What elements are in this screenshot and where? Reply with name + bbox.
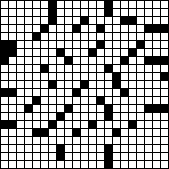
cell-1-11[interactable] — [89, 9, 96, 16]
cell-13-2[interactable] — [17, 105, 24, 112]
cell-3-3[interactable] — [25, 25, 32, 32]
cell-18-4[interactable] — [33, 145, 40, 152]
cell-10-1[interactable] — [9, 81, 16, 88]
cell-10-9[interactable] — [73, 81, 80, 88]
cell-6-18[interactable] — [145, 49, 152, 56]
cell-1-7[interactable] — [57, 9, 64, 16]
cell-5-10[interactable] — [81, 41, 88, 48]
cell-9-19[interactable] — [153, 73, 160, 80]
cell-19-20[interactable] — [161, 153, 168, 160]
cell-0-19[interactable] — [153, 1, 160, 8]
cell-5-15[interactable] — [121, 41, 128, 48]
cell-18-2[interactable] — [17, 145, 24, 152]
cell-20-11[interactable] — [89, 161, 96, 168]
cell-7-14[interactable] — [113, 57, 120, 64]
cell-2-17[interactable] — [137, 17, 144, 24]
cell-1-0[interactable] — [1, 9, 8, 16]
cell-17-12[interactable] — [97, 137, 104, 144]
cell-11-5[interactable] — [41, 89, 48, 96]
cell-14-12[interactable] — [97, 113, 104, 120]
cell-3-15[interactable] — [121, 25, 128, 32]
cell-6-19[interactable] — [153, 49, 160, 56]
cell-3-1[interactable] — [9, 25, 16, 32]
cell-14-3[interactable] — [25, 113, 32, 120]
cell-16-15[interactable] — [121, 129, 128, 136]
cell-16-6[interactable] — [49, 129, 56, 136]
cell-19-8[interactable] — [65, 153, 72, 160]
cell-13-10[interactable] — [81, 105, 88, 112]
cell-5-11[interactable] — [89, 41, 96, 48]
cell-13-16[interactable] — [129, 105, 136, 112]
cell-8-12[interactable] — [97, 65, 104, 72]
cell-19-12[interactable] — [97, 153, 104, 160]
cell-10-0[interactable] — [1, 81, 8, 88]
cell-8-1[interactable] — [9, 65, 16, 72]
cell-9-13[interactable] — [105, 73, 112, 80]
cell-17-2[interactable] — [17, 137, 24, 144]
cell-17-11[interactable] — [89, 137, 96, 144]
cell-2-14[interactable] — [113, 17, 120, 24]
cell-13-6[interactable] — [49, 105, 56, 112]
cell-1-19[interactable] — [153, 9, 160, 16]
cell-16-3[interactable] — [25, 129, 32, 136]
cell-2-11[interactable] — [89, 17, 96, 24]
cell-14-11[interactable] — [89, 113, 96, 120]
cell-20-0[interactable] — [1, 161, 8, 168]
cell-9-16[interactable] — [129, 73, 136, 80]
cell-14-0[interactable] — [1, 113, 8, 120]
cell-8-10[interactable] — [81, 65, 88, 72]
cell-12-3[interactable] — [25, 97, 32, 104]
cell-4-10[interactable] — [81, 33, 88, 40]
cell-6-13[interactable] — [105, 49, 112, 56]
cell-2-20[interactable] — [161, 17, 168, 24]
cell-15-9[interactable] — [73, 121, 80, 128]
cell-18-6[interactable] — [49, 145, 56, 152]
cell-19-15[interactable] — [121, 153, 128, 160]
cell-3-4[interactable] — [33, 25, 40, 32]
cell-1-16[interactable] — [129, 9, 136, 16]
cell-19-11[interactable] — [89, 153, 96, 160]
cell-17-1[interactable] — [9, 137, 16, 144]
cell-8-11[interactable] — [89, 65, 96, 72]
cell-6-3[interactable] — [25, 49, 32, 56]
cell-0-16[interactable] — [129, 1, 136, 8]
cell-18-5[interactable] — [41, 145, 48, 152]
cell-14-16[interactable] — [129, 113, 136, 120]
cell-15-2[interactable] — [17, 121, 24, 128]
cell-16-2[interactable] — [17, 129, 24, 136]
cell-8-2[interactable] — [17, 65, 24, 72]
cell-5-19[interactable] — [153, 41, 160, 48]
cell-19-0[interactable] — [1, 153, 8, 160]
cell-12-14[interactable] — [113, 97, 120, 104]
cell-3-10[interactable] — [81, 25, 88, 32]
cell-0-1[interactable] — [9, 1, 16, 8]
cell-6-12[interactable] — [97, 49, 104, 56]
cell-20-18[interactable] — [145, 161, 152, 168]
cell-19-14[interactable] — [113, 153, 120, 160]
cell-15-19[interactable] — [153, 121, 160, 128]
cell-12-16[interactable] — [129, 97, 136, 104]
cell-6-6[interactable] — [49, 49, 56, 56]
cell-1-15[interactable] — [121, 9, 128, 16]
cell-1-20[interactable] — [161, 9, 168, 16]
cell-19-17[interactable] — [137, 153, 144, 160]
cell-15-5[interactable] — [41, 121, 48, 128]
cell-9-5[interactable] — [41, 73, 48, 80]
cell-3-13[interactable] — [105, 25, 112, 32]
cell-11-18[interactable] — [145, 89, 152, 96]
cell-12-8[interactable] — [65, 97, 72, 104]
cell-15-17[interactable] — [137, 121, 144, 128]
cell-8-15[interactable] — [121, 65, 128, 72]
cell-11-16[interactable] — [129, 89, 136, 96]
cell-18-0[interactable] — [1, 145, 8, 152]
cell-17-17[interactable] — [137, 137, 144, 144]
cell-12-13[interactable] — [105, 97, 112, 104]
cell-2-9[interactable] — [73, 17, 80, 24]
cell-15-20[interactable] — [161, 121, 168, 128]
cell-17-8[interactable] — [65, 137, 72, 144]
cell-14-20[interactable] — [161, 113, 168, 120]
cell-20-3[interactable] — [25, 161, 32, 168]
cell-5-20[interactable] — [161, 41, 168, 48]
cell-13-1[interactable] — [9, 105, 16, 112]
cell-16-16[interactable] — [129, 129, 136, 136]
cell-0-3[interactable] — [25, 1, 32, 8]
cell-16-13[interactable] — [105, 129, 112, 136]
cell-10-3[interactable] — [25, 81, 32, 88]
cell-16-1[interactable] — [9, 129, 16, 136]
cell-20-9[interactable] — [73, 161, 80, 168]
cell-9-7[interactable] — [57, 73, 64, 80]
cell-5-2[interactable] — [17, 41, 24, 48]
cell-18-9[interactable] — [73, 145, 80, 152]
cell-10-20[interactable] — [161, 81, 168, 88]
cell-10-5[interactable] — [41, 81, 48, 88]
cell-13-0[interactable] — [1, 105, 8, 112]
cell-16-8[interactable] — [65, 129, 72, 136]
cell-1-1[interactable] — [9, 9, 16, 16]
cell-4-6[interactable] — [49, 33, 56, 40]
cell-11-7[interactable] — [57, 89, 64, 96]
cell-12-10[interactable] — [81, 97, 88, 104]
cell-12-6[interactable] — [49, 97, 56, 104]
cell-17-19[interactable] — [153, 137, 160, 144]
cell-5-5[interactable] — [41, 41, 48, 48]
cell-18-3[interactable] — [25, 145, 32, 152]
cell-9-15[interactable] — [121, 73, 128, 80]
cell-13-14[interactable] — [113, 105, 120, 112]
cell-16-11[interactable] — [89, 129, 96, 136]
cell-13-5[interactable] — [41, 105, 48, 112]
cell-2-8[interactable] — [65, 17, 72, 24]
cell-8-3[interactable] — [25, 65, 32, 72]
cell-17-5[interactable] — [41, 137, 48, 144]
cell-19-2[interactable] — [17, 153, 24, 160]
cell-3-7[interactable] — [57, 25, 64, 32]
cell-9-9[interactable] — [73, 73, 80, 80]
cell-4-14[interactable] — [113, 33, 120, 40]
cell-15-13[interactable] — [105, 121, 112, 128]
cell-11-14[interactable] — [113, 89, 120, 96]
cell-12-2[interactable] — [17, 97, 24, 104]
cell-12-9[interactable] — [73, 97, 80, 104]
cell-8-19[interactable] — [153, 65, 160, 72]
cell-18-12[interactable] — [97, 145, 104, 152]
cell-6-14[interactable] — [113, 49, 120, 56]
cell-19-1[interactable] — [9, 153, 16, 160]
cell-5-8[interactable] — [65, 41, 72, 48]
cell-17-14[interactable] — [113, 137, 120, 144]
cell-19-5[interactable] — [41, 153, 48, 160]
cell-7-17[interactable] — [137, 57, 144, 64]
cell-0-8[interactable] — [65, 1, 72, 8]
cell-20-8[interactable] — [65, 161, 72, 168]
cell-8-9[interactable] — [73, 65, 80, 72]
cell-5-7[interactable] — [57, 41, 64, 48]
cell-17-6[interactable] — [49, 137, 56, 144]
cell-4-1[interactable] — [9, 33, 16, 40]
cell-18-20[interactable] — [161, 145, 168, 152]
cell-9-18[interactable] — [145, 73, 152, 80]
cell-0-14[interactable] — [113, 1, 120, 8]
cell-0-20[interactable] — [161, 1, 168, 8]
cell-2-4[interactable] — [33, 17, 40, 24]
cell-18-11[interactable] — [89, 145, 96, 152]
cell-18-14[interactable] — [113, 145, 120, 152]
cell-4-8[interactable] — [65, 33, 72, 40]
cell-9-10[interactable] — [81, 73, 88, 80]
cell-15-15[interactable] — [121, 121, 128, 128]
cell-19-3[interactable] — [25, 153, 32, 160]
cell-16-7[interactable] — [57, 129, 64, 136]
cell-9-6[interactable] — [49, 73, 56, 80]
cell-3-16[interactable] — [129, 25, 136, 32]
cell-19-18[interactable] — [145, 153, 152, 160]
cell-0-5[interactable] — [41, 1, 48, 8]
cell-17-15[interactable] — [121, 137, 128, 144]
cell-14-17[interactable] — [137, 113, 144, 120]
cell-20-15[interactable] — [121, 161, 128, 168]
cell-4-7[interactable] — [57, 33, 64, 40]
cell-17-20[interactable] — [161, 137, 168, 144]
cell-8-6[interactable] — [49, 65, 56, 72]
cell-10-18[interactable] — [145, 81, 152, 88]
cell-11-10[interactable] — [81, 89, 88, 96]
cell-16-12[interactable] — [97, 129, 104, 136]
cell-20-4[interactable] — [33, 161, 40, 168]
cell-9-12[interactable] — [97, 73, 104, 80]
cell-15-18[interactable] — [145, 121, 152, 128]
cell-3-17[interactable] — [137, 25, 144, 32]
cell-14-4[interactable] — [33, 113, 40, 120]
cell-16-20[interactable] — [161, 129, 168, 136]
cell-10-15[interactable] — [121, 81, 128, 88]
cell-11-2[interactable] — [17, 89, 24, 96]
cell-9-8[interactable] — [65, 73, 72, 80]
cell-19-4[interactable] — [33, 153, 40, 160]
cell-2-1[interactable] — [9, 17, 16, 24]
cell-2-3[interactable] — [25, 17, 32, 24]
cell-9-4[interactable] — [33, 73, 40, 80]
cell-8-20[interactable] — [161, 65, 168, 72]
cell-9-17[interactable] — [137, 73, 144, 80]
cell-4-18[interactable] — [145, 33, 152, 40]
cell-20-7[interactable] — [57, 161, 64, 168]
cell-17-3[interactable] — [25, 137, 32, 144]
cell-6-17[interactable] — [137, 49, 144, 56]
cell-12-1[interactable] — [9, 97, 16, 104]
cell-13-12[interactable] — [97, 105, 104, 112]
cell-5-13[interactable] — [105, 41, 112, 48]
cell-5-16[interactable] — [129, 41, 136, 48]
cell-10-16[interactable] — [129, 81, 136, 88]
cell-7-2[interactable] — [17, 57, 24, 64]
cell-9-0[interactable] — [1, 73, 8, 80]
cell-19-16[interactable] — [129, 153, 136, 160]
cell-3-6[interactable] — [49, 25, 56, 32]
cell-20-5[interactable] — [41, 161, 48, 168]
cell-15-14[interactable] — [113, 121, 120, 128]
cell-13-17[interactable] — [137, 105, 144, 112]
cell-4-12[interactable] — [97, 33, 104, 40]
cell-1-4[interactable] — [33, 9, 40, 16]
cell-20-19[interactable] — [153, 161, 160, 168]
cell-0-11[interactable] — [89, 1, 96, 8]
cell-10-13[interactable] — [105, 81, 112, 88]
cell-4-20[interactable] — [161, 33, 168, 40]
cell-12-20[interactable] — [161, 97, 168, 104]
cell-2-13[interactable] — [105, 17, 112, 24]
cell-12-15[interactable] — [121, 97, 128, 104]
cell-20-16[interactable] — [129, 161, 136, 168]
cell-15-4[interactable] — [33, 121, 40, 128]
cell-17-7[interactable] — [57, 137, 64, 144]
cell-0-9[interactable] — [73, 1, 80, 8]
cell-1-8[interactable] — [65, 9, 72, 16]
cell-7-9[interactable] — [73, 57, 80, 64]
cell-2-5[interactable] — [41, 17, 48, 24]
cell-3-2[interactable] — [17, 25, 24, 32]
cell-7-5[interactable] — [41, 57, 48, 64]
cell-19-19[interactable] — [153, 153, 160, 160]
cell-14-5[interactable] — [41, 113, 48, 120]
cell-13-9[interactable] — [73, 105, 80, 112]
cell-10-17[interactable] — [137, 81, 144, 88]
cell-1-14[interactable] — [113, 9, 120, 16]
cell-18-17[interactable] — [137, 145, 144, 152]
cell-14-8[interactable] — [65, 113, 72, 120]
cell-5-6[interactable] — [49, 41, 56, 48]
cell-16-0[interactable] — [1, 129, 8, 136]
cell-13-11[interactable] — [89, 105, 96, 112]
cell-10-11[interactable] — [89, 81, 96, 88]
cell-8-7[interactable] — [57, 65, 64, 72]
cell-0-17[interactable] — [137, 1, 144, 8]
cell-18-1[interactable] — [9, 145, 16, 152]
cell-14-1[interactable] — [9, 113, 16, 120]
cell-20-6[interactable] — [49, 161, 56, 168]
cell-18-10[interactable] — [81, 145, 88, 152]
cell-1-18[interactable] — [145, 9, 152, 16]
cell-2-18[interactable] — [145, 17, 152, 24]
cell-4-13[interactable] — [105, 33, 112, 40]
cell-14-10[interactable] — [81, 113, 88, 120]
cell-11-8[interactable] — [65, 89, 72, 96]
cell-16-19[interactable] — [153, 129, 160, 136]
cell-16-17[interactable] — [137, 129, 144, 136]
cell-20-10[interactable] — [81, 161, 88, 168]
cell-2-7[interactable] — [57, 17, 64, 24]
cell-12-18[interactable] — [145, 97, 152, 104]
cell-5-9[interactable] — [73, 41, 80, 48]
cell-17-13[interactable] — [105, 137, 112, 144]
cell-15-7[interactable] — [57, 121, 64, 128]
cell-6-8[interactable] — [65, 49, 72, 56]
cell-3-8[interactable] — [65, 25, 72, 32]
cell-0-7[interactable] — [57, 1, 64, 8]
cell-14-6[interactable] — [49, 113, 56, 120]
cell-7-3[interactable] — [25, 57, 32, 64]
cell-6-15[interactable] — [121, 49, 128, 56]
cell-10-19[interactable] — [153, 81, 160, 88]
cell-1-17[interactable] — [137, 9, 144, 16]
cell-0-15[interactable] — [121, 1, 128, 8]
cell-20-20[interactable] — [161, 161, 168, 168]
cell-17-0[interactable] — [1, 137, 8, 144]
cell-4-16[interactable] — [129, 33, 136, 40]
cell-18-16[interactable] — [129, 145, 136, 152]
cell-20-17[interactable] — [137, 161, 144, 168]
cell-10-12[interactable] — [97, 81, 104, 88]
cell-4-2[interactable] — [17, 33, 24, 40]
cell-12-19[interactable] — [153, 97, 160, 104]
cell-4-5[interactable] — [41, 33, 48, 40]
cell-15-10[interactable] — [81, 121, 88, 128]
cell-19-10[interactable] — [81, 153, 88, 160]
cell-15-3[interactable] — [25, 121, 32, 128]
cell-17-4[interactable] — [33, 137, 40, 144]
cell-5-14[interactable] — [113, 41, 120, 48]
cell-10-2[interactable] — [17, 81, 24, 88]
cell-8-18[interactable] — [145, 65, 152, 72]
cell-14-2[interactable] — [17, 113, 24, 120]
cell-20-1[interactable] — [9, 161, 16, 168]
cell-16-18[interactable] — [145, 129, 152, 136]
cell-11-4[interactable] — [33, 89, 40, 96]
cell-11-11[interactable] — [89, 89, 96, 96]
cell-9-3[interactable] — [25, 73, 32, 80]
cell-18-18[interactable] — [145, 145, 152, 152]
cell-5-3[interactable] — [25, 41, 32, 48]
cell-17-10[interactable] — [81, 137, 88, 144]
cell-20-12[interactable] — [97, 161, 104, 168]
cell-11-20[interactable] — [161, 89, 168, 96]
cell-7-12[interactable] — [97, 57, 104, 64]
cell-7-11[interactable] — [89, 57, 96, 64]
cell-17-18[interactable] — [145, 137, 152, 144]
cell-1-9[interactable] — [73, 9, 80, 16]
cell-7-6[interactable] — [49, 57, 56, 64]
cell-12-7[interactable] — [57, 97, 64, 104]
cell-16-10[interactable] — [81, 129, 88, 136]
cell-6-5[interactable] — [41, 49, 48, 56]
cell-11-19[interactable] — [153, 89, 160, 96]
cell-8-0[interactable] — [1, 65, 8, 72]
cell-1-12[interactable] — [97, 9, 104, 16]
